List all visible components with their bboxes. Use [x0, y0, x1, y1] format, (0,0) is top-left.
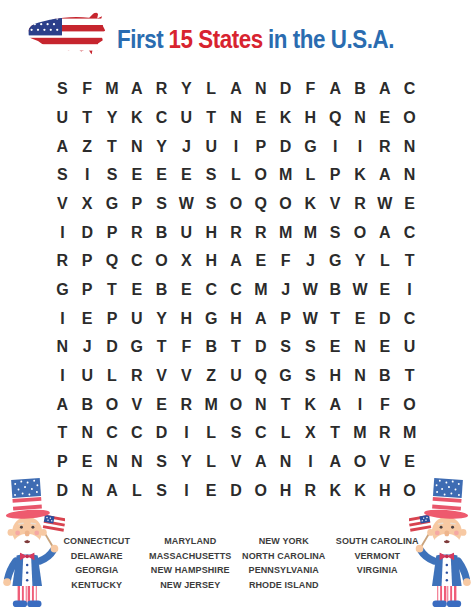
grid-cell[interactable]: B — [149, 276, 174, 305]
grid-cell[interactable]: L — [273, 419, 298, 448]
grid-cell[interactable]: H — [174, 304, 199, 333]
grid-cell[interactable]: M — [199, 390, 224, 419]
grid-cell[interactable]: S — [50, 75, 75, 104]
grid-cell[interactable]: O — [224, 190, 249, 219]
grid-cell[interactable]: I — [348, 132, 373, 161]
grid-cell[interactable]: I — [397, 276, 422, 305]
grid-cell[interactable]: E — [199, 476, 224, 505]
grid-cell[interactable]: B — [149, 218, 174, 247]
grid-cell[interactable]: N — [248, 390, 273, 419]
grid-cell[interactable]: P — [75, 247, 100, 276]
grid-cell[interactable]: K — [348, 161, 373, 190]
grid-cell[interactable]: R — [348, 190, 373, 219]
grid-cell[interactable]: N — [75, 419, 100, 448]
grid-cell[interactable]: P — [124, 190, 149, 219]
grid-cell[interactable]: A — [372, 161, 397, 190]
grid-cell[interactable]: A — [124, 75, 149, 104]
word-list-item: NEW YORK — [237, 534, 331, 549]
grid-cell[interactable]: E — [397, 448, 422, 477]
grid-cell[interactable]: E — [124, 161, 149, 190]
grid-cell[interactable]: H — [323, 362, 348, 391]
grid-cell[interactable]: O — [348, 448, 373, 477]
grid-cell[interactable]: I — [348, 390, 373, 419]
grid-cell[interactable]: K — [124, 104, 149, 133]
grid-cell[interactable]: G — [50, 276, 75, 305]
grid-cell[interactable]: B — [323, 276, 348, 305]
grid-cell[interactable]: P — [75, 276, 100, 305]
grid-cell[interactable]: A — [100, 476, 125, 505]
grid-cell[interactable]: L — [100, 362, 125, 391]
grid-cell[interactable]: O — [149, 247, 174, 276]
grid-cell[interactable]: J — [174, 132, 199, 161]
grid-cell[interactable]: L — [124, 476, 149, 505]
grid-cell[interactable]: D — [224, 476, 249, 505]
grid-cell[interactable]: U — [50, 104, 75, 133]
grid-cell[interactable]: E — [174, 276, 199, 305]
grid-cell[interactable]: G — [273, 362, 298, 391]
grid-cell[interactable]: S — [149, 448, 174, 477]
word-list-item: NEW HAMPSHIRE — [144, 563, 238, 578]
grid-cell[interactable]: H — [224, 304, 249, 333]
uncle-sam-icon — [0, 475, 65, 609]
grid-cell[interactable]: L — [199, 419, 224, 448]
grid-cell[interactable]: S — [298, 362, 323, 391]
grid-cell[interactable]: E — [124, 276, 149, 305]
grid-cell[interactable]: L — [199, 75, 224, 104]
grid-cell[interactable]: I — [50, 304, 75, 333]
grid-cell[interactable]: Q — [248, 190, 273, 219]
grid-cell[interactable]: S — [100, 161, 125, 190]
grid-cell[interactable]: G — [199, 304, 224, 333]
usa-map-flag-icon — [22, 7, 118, 67]
grid-cell[interactable]: U — [124, 304, 149, 333]
grid-cell[interactable]: E — [174, 161, 199, 190]
grid-cell[interactable]: M — [248, 276, 273, 305]
grid-cell[interactable]: U — [75, 362, 100, 391]
grid-cell[interactable]: R — [124, 362, 149, 391]
grid-cell[interactable]: P — [100, 218, 125, 247]
grid-cell[interactable]: T — [149, 333, 174, 362]
grid-cell[interactable]: Y — [100, 104, 125, 133]
grid-cell[interactable]: Z — [75, 132, 100, 161]
grid-cell[interactable]: D — [273, 75, 298, 104]
grid-cell[interactable]: T — [199, 104, 224, 133]
word-list-item: NEW JERSEY — [144, 578, 238, 593]
grid-cell[interactable]: A — [323, 75, 348, 104]
grid-cell[interactable]: I — [174, 476, 199, 505]
grid-cell[interactable]: U — [174, 218, 199, 247]
grid-cell[interactable]: N — [124, 448, 149, 477]
grid-cell[interactable]: Y — [174, 75, 199, 104]
grid-cell[interactable]: I — [298, 448, 323, 477]
grid-cell[interactable]: O — [248, 161, 273, 190]
grid-cell[interactable]: S — [199, 161, 224, 190]
grid-cell[interactable]: D — [273, 132, 298, 161]
grid-cell[interactable]: S — [149, 476, 174, 505]
grid-cell[interactable]: K — [298, 190, 323, 219]
grid-cell[interactable]: C — [397, 304, 422, 333]
grid-cell[interactable]: P — [323, 161, 348, 190]
grid-cell[interactable]: L — [224, 161, 249, 190]
grid-cell[interactable]: X — [75, 190, 100, 219]
grid-cell[interactable]: W — [372, 190, 397, 219]
grid-cell[interactable]: H — [273, 476, 298, 505]
grid-cell[interactable]: R — [224, 218, 249, 247]
grid-cell[interactable]: I — [50, 362, 75, 391]
grid-cell[interactable]: I — [75, 161, 100, 190]
grid-cell[interactable]: V — [149, 362, 174, 391]
grid-cell[interactable]: R — [124, 218, 149, 247]
title-highlight: 15 States — [168, 24, 262, 54]
grid-cell[interactable]: G — [323, 247, 348, 276]
grid-cell[interactable]: O — [248, 476, 273, 505]
grid-cell[interactable]: A — [248, 448, 273, 477]
grid-cell[interactable]: M — [397, 419, 422, 448]
grid-cell[interactable]: K — [273, 104, 298, 133]
grid-cell[interactable]: I — [174, 419, 199, 448]
grid-cell[interactable]: B — [75, 390, 100, 419]
grid-cell[interactable]: L — [298, 161, 323, 190]
grid-cell[interactable]: A — [323, 390, 348, 419]
grid-cell[interactable]: S — [323, 218, 348, 247]
grid-cell[interactable]: A — [50, 132, 75, 161]
word-search-grid: SFMARYLANDFABACUTYKCUTNEKHQNEOAZTNYJUIPD… — [50, 75, 422, 505]
grid-cell[interactable]: N — [248, 75, 273, 104]
grid-cell[interactable]: O — [397, 390, 422, 419]
grid-cell[interactable]: C — [224, 276, 249, 305]
grid-cell[interactable]: W — [298, 304, 323, 333]
grid-cell[interactable]: N — [124, 132, 149, 161]
word-list-column: NEW YORKNORTH CAROLINAPENNSYLVANIARHODE … — [237, 534, 331, 592]
grid-cell[interactable]: E — [397, 190, 422, 219]
grid-cell[interactable]: D — [372, 304, 397, 333]
grid-cell[interactable]: F — [298, 75, 323, 104]
grid-cell[interactable]: A — [224, 247, 249, 276]
grid-cell[interactable]: A — [372, 218, 397, 247]
grid-cell[interactable]: K — [348, 476, 373, 505]
word-search-worksheet: First15 Statesin the U.S.A. SFMARYLANDFA… — [0, 0, 474, 613]
grid-cell[interactable]: B — [348, 75, 373, 104]
grid-cell[interactable]: M — [298, 218, 323, 247]
grid-cell[interactable]: F — [75, 75, 100, 104]
grid-cell[interactable]: V — [174, 362, 199, 391]
grid-cell[interactable]: C — [100, 419, 125, 448]
grid-cell[interactable]: R — [174, 390, 199, 419]
grid-cell[interactable]: U — [199, 132, 224, 161]
grid-cell[interactable]: A — [372, 75, 397, 104]
grid-cell[interactable]: T — [273, 390, 298, 419]
grid-cell[interactable]: M — [100, 75, 125, 104]
grid-cell[interactable]: O — [100, 390, 125, 419]
grid-cell[interactable]: D — [248, 333, 273, 362]
grid-cell[interactable]: R — [298, 476, 323, 505]
title-suffix: in the U.S.A. — [268, 24, 394, 54]
grid-cell[interactable]: E — [348, 304, 373, 333]
grid-cell[interactable]: H — [199, 218, 224, 247]
grid-cell[interactable]: E — [372, 104, 397, 133]
grid-cell[interactable]: O — [348, 218, 373, 247]
grid-cell[interactable]: S — [199, 190, 224, 219]
grid-cell[interactable]: G — [100, 190, 125, 219]
grid-cell[interactable]: M — [273, 161, 298, 190]
grid-cell[interactable]: K — [298, 390, 323, 419]
grid-cell[interactable]: Y — [174, 448, 199, 477]
grid-cell[interactable]: E — [323, 333, 348, 362]
grid-cell[interactable]: J — [75, 333, 100, 362]
grid-cell[interactable]: Y — [149, 304, 174, 333]
grid-cell[interactable]: I — [323, 132, 348, 161]
grid-cell[interactable]: O — [397, 104, 422, 133]
grid-cell[interactable]: A — [50, 390, 75, 419]
grid-cell[interactable]: E — [75, 304, 100, 333]
grid-cell[interactable]: F — [174, 333, 199, 362]
grid-cell[interactable]: W — [174, 190, 199, 219]
title-prefix: First — [117, 24, 163, 54]
grid-cell[interactable]: C — [199, 276, 224, 305]
grid-cell[interactable]: T — [75, 104, 100, 133]
grid-cell[interactable]: V — [323, 190, 348, 219]
grid-cell[interactable]: Q — [100, 247, 125, 276]
grid-cell[interactable]: F — [273, 247, 298, 276]
grid-cell[interactable]: E — [248, 104, 273, 133]
grid-cell[interactable]: E — [149, 161, 174, 190]
grid-cell[interactable]: J — [273, 276, 298, 305]
grid-cell[interactable]: D — [149, 419, 174, 448]
grid-cell[interactable]: E — [149, 390, 174, 419]
uncle-sam-icon — [409, 475, 474, 609]
grid-cell[interactable]: G — [298, 132, 323, 161]
grid-cell[interactable]: U — [224, 362, 249, 391]
grid-cell[interactable]: C — [397, 75, 422, 104]
word-list-item: RHODE ISLAND — [237, 578, 331, 593]
grid-cell[interactable]: A — [323, 448, 348, 477]
page-title: First15 Statesin the U.S.A. — [117, 24, 399, 55]
grid-cell[interactable]: R — [248, 218, 273, 247]
grid-cell[interactable]: C — [397, 218, 422, 247]
grid-cell[interactable]: U — [397, 333, 422, 362]
grid-cell[interactable]: E — [75, 448, 100, 477]
grid-cell[interactable]: M — [273, 218, 298, 247]
grid-cell[interactable]: V — [124, 390, 149, 419]
grid-cell[interactable]: G — [124, 333, 149, 362]
word-list-item: NORTH CAROLINA — [237, 549, 331, 564]
grid-cell[interactable]: T — [224, 333, 249, 362]
grid-cell[interactable]: E — [372, 276, 397, 305]
grid-cell[interactable]: S — [50, 161, 75, 190]
grid-cell[interactable]: O — [273, 190, 298, 219]
grid-cell[interactable]: C — [124, 247, 149, 276]
grid-cell[interactable]: K — [323, 476, 348, 505]
grid-cell[interactable]: N — [50, 333, 75, 362]
grid-cell[interactable]: I — [224, 132, 249, 161]
grid-cell[interactable]: T — [100, 132, 125, 161]
grid-cell[interactable]: T — [323, 419, 348, 448]
grid-cell[interactable]: L — [372, 247, 397, 276]
grid-cell[interactable]: Q — [248, 362, 273, 391]
grid-cell[interactable]: R — [372, 132, 397, 161]
grid-cell[interactable]: S — [298, 333, 323, 362]
grid-cell[interactable]: B — [372, 362, 397, 391]
grid-cell[interactable]: J — [298, 247, 323, 276]
grid-cell[interactable]: N — [348, 104, 373, 133]
grid-cell[interactable]: N — [348, 333, 373, 362]
grid-cell[interactable]: N — [100, 448, 125, 477]
grid-cell[interactable]: U — [174, 104, 199, 133]
grid-cell[interactable]: I — [50, 218, 75, 247]
grid-cell[interactable]: Z — [199, 362, 224, 391]
word-list-column: MARYLANDMASSACHUSETTSNEW HAMPSHIRENEW JE… — [144, 534, 238, 592]
grid-cell[interactable]: V — [372, 448, 397, 477]
grid-cell[interactable]: Q — [323, 104, 348, 133]
grid-cell[interactable]: N — [224, 104, 249, 133]
grid-cell[interactable]: P — [273, 304, 298, 333]
grid-cell[interactable]: R — [372, 419, 397, 448]
word-list: CONNECTICUTDELAWAREGEORGIAKENTUCKYMARYLA… — [50, 534, 424, 592]
grid-cell[interactable]: S — [149, 190, 174, 219]
grid-cell[interactable]: T — [397, 247, 422, 276]
grid-cell[interactable]: T — [323, 304, 348, 333]
grid-cell[interactable]: T — [100, 276, 125, 305]
grid-cell[interactable]: P — [100, 304, 125, 333]
grid-cell[interactable]: R — [50, 247, 75, 276]
grid-cell[interactable]: N — [397, 132, 422, 161]
grid-cell[interactable]: E — [248, 247, 273, 276]
grid-cell[interactable]: D — [100, 333, 125, 362]
grid-cell[interactable]: X — [174, 247, 199, 276]
grid-cell[interactable]: Y — [149, 132, 174, 161]
grid-cell[interactable]: T — [50, 419, 75, 448]
grid-cell[interactable]: H — [298, 104, 323, 133]
grid-cell[interactable]: B — [199, 333, 224, 362]
grid-cell[interactable]: C — [124, 419, 149, 448]
grid-cell[interactable]: L — [199, 448, 224, 477]
grid-cell[interactable]: V — [224, 448, 249, 477]
grid-cell[interactable]: M — [348, 419, 373, 448]
grid-cell[interactable]: R — [149, 75, 174, 104]
grid-cell[interactable]: D — [75, 218, 100, 247]
grid-cell[interactable]: S — [224, 419, 249, 448]
word-list-item: PENNSYLVANIA — [237, 563, 331, 578]
grid-cell[interactable]: O — [224, 390, 249, 419]
grid-cell[interactable]: N — [397, 161, 422, 190]
grid-cell[interactable]: X — [298, 419, 323, 448]
grid-cell[interactable]: W — [348, 276, 373, 305]
grid-cell[interactable]: P — [248, 132, 273, 161]
grid-cell[interactable]: W — [298, 276, 323, 305]
grid-cell[interactable]: H — [199, 247, 224, 276]
grid-cell[interactable]: T — [397, 362, 422, 391]
word-list-item: MASSACHUSETTS — [144, 549, 238, 564]
grid-cell[interactable]: Y — [348, 247, 373, 276]
grid-cell[interactable]: P — [50, 448, 75, 477]
grid-cell[interactable]: S — [273, 333, 298, 362]
grid-cell[interactable]: A — [248, 304, 273, 333]
grid-cell[interactable]: N — [273, 448, 298, 477]
grid-cell[interactable]: N — [348, 362, 373, 391]
grid-cell[interactable]: C — [248, 419, 273, 448]
grid-cell[interactable]: H — [372, 476, 397, 505]
grid-cell[interactable]: F — [372, 390, 397, 419]
grid-cell[interactable]: A — [224, 75, 249, 104]
grid-cell[interactable]: N — [75, 476, 100, 505]
grid-cell[interactable]: C — [149, 104, 174, 133]
word-list-item: MARYLAND — [144, 534, 238, 549]
grid-cell[interactable]: V — [50, 190, 75, 219]
grid-cell[interactable]: E — [372, 333, 397, 362]
